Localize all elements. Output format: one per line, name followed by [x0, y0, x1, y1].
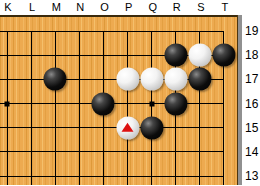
column-label-L: L [29, 0, 35, 14]
grid-hline-19 [0, 31, 224, 32]
grid-vline-K [7, 31, 8, 186]
grid-vline-Q [151, 31, 152, 186]
triangle-marker [122, 123, 134, 132]
grid-vline-M [55, 31, 56, 186]
row-label-15: 15 [245, 121, 258, 135]
column-label-K: K [4, 0, 11, 14]
white-stone-P15[interactable] [116, 116, 139, 139]
row-label-16: 16 [245, 97, 258, 111]
grid-vline-N [79, 31, 80, 186]
board-right-shadow [238, 15, 242, 185]
row-label-19: 19 [245, 24, 258, 38]
column-label-R: R [173, 0, 181, 14]
black-stone-R18[interactable] [164, 44, 187, 67]
column-label-M: M [52, 0, 61, 14]
column-label-S: S [197, 0, 204, 14]
column-label-P: P [125, 0, 132, 14]
column-label-O: O [100, 0, 109, 14]
white-stone-R17[interactable] [164, 68, 187, 91]
board-top-edge [0, 15, 237, 17]
grid-hline-14 [0, 151, 224, 152]
row-label-17: 17 [245, 72, 258, 86]
column-label-N: N [76, 0, 84, 14]
grid-vline-P [127, 31, 128, 186]
black-stone-Q15[interactable] [140, 116, 163, 139]
white-stone-P17[interactable] [116, 68, 139, 91]
go-board-surface[interactable] [0, 15, 237, 185]
star-point-Q16 [149, 101, 154, 106]
row-label-14: 14 [245, 145, 258, 159]
black-stone-R16[interactable] [164, 92, 187, 115]
grid-hline-13 [0, 176, 224, 177]
star-point-K16 [5, 101, 10, 106]
grid-vline-L [31, 31, 32, 186]
go-diagram: KLMNOPQRST 19181716151413 [0, 0, 260, 185]
white-stone-Q17[interactable] [140, 68, 163, 91]
column-label-T: T [222, 0, 229, 14]
column-label-Q: Q [148, 0, 157, 14]
black-stone-O16[interactable] [92, 92, 115, 115]
row-label-18: 18 [245, 48, 258, 62]
black-stone-S17[interactable] [188, 68, 211, 91]
black-stone-M17[interactable] [44, 68, 67, 91]
black-stone-T18[interactable] [212, 44, 235, 67]
grid-hline-15 [0, 127, 224, 128]
row-label-13: 13 [245, 169, 258, 183]
white-stone-S18[interactable] [188, 44, 211, 67]
